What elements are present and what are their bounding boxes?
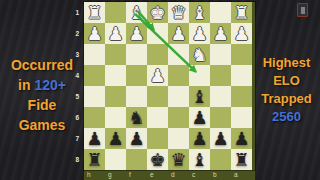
file-label-f: f xyxy=(126,171,147,180)
caption-right: Highest ELO Trapped 2560 xyxy=(253,54,320,126)
square-a7[interactable]: ♟ xyxy=(231,128,252,149)
white-pawn[interactable]: ♟ xyxy=(233,23,249,44)
square-g6[interactable] xyxy=(105,107,126,128)
square-b3[interactable] xyxy=(210,44,231,65)
square-c7[interactable]: ♟ xyxy=(189,128,210,149)
file-label-d: d xyxy=(168,171,189,180)
square-b7[interactable]: ♟ xyxy=(210,128,231,149)
square-e6[interactable] xyxy=(147,107,168,128)
white-bishop[interactable]: ♝ xyxy=(128,2,144,23)
white-bishop[interactable]: ♝ xyxy=(191,2,207,23)
square-d5[interactable] xyxy=(168,86,189,107)
square-b5[interactable] xyxy=(210,86,231,107)
square-f3[interactable] xyxy=(126,44,147,65)
square-h8[interactable]: ♜ xyxy=(84,149,105,170)
square-c4[interactable] xyxy=(189,65,210,86)
square-c8[interactable]: ♝ xyxy=(189,149,210,170)
channel-logo-icon xyxy=(297,3,308,17)
square-d2[interactable]: ♟ xyxy=(168,23,189,44)
square-g5[interactable] xyxy=(105,86,126,107)
square-e8[interactable]: ♚ xyxy=(147,149,168,170)
black-knight[interactable]: ♞ xyxy=(128,107,144,128)
square-e4[interactable]: ♟ xyxy=(147,65,168,86)
square-f7[interactable]: ♟ xyxy=(126,128,147,149)
black-pawn[interactable]: ♟ xyxy=(191,107,207,128)
square-e1[interactable]: ♚ xyxy=(147,2,168,23)
caption-right-line4: 2560 xyxy=(253,108,320,126)
black-pawn[interactable]: ♟ xyxy=(212,128,228,149)
black-rook[interactable]: ♜ xyxy=(86,149,102,170)
square-e5[interactable] xyxy=(147,86,168,107)
square-f5[interactable] xyxy=(126,86,147,107)
caption-left: Occurred in 120+ Fide Games xyxy=(0,55,84,135)
square-g8[interactable] xyxy=(105,149,126,170)
white-pawn[interactable]: ♟ xyxy=(191,23,207,44)
rank-label-2: 2 xyxy=(68,23,82,44)
square-f4[interactable] xyxy=(126,65,147,86)
white-pawn[interactable]: ♟ xyxy=(107,23,123,44)
chess-board: ♜♝♚♛♝♜♟♟♟♟♟♟♟♞♟♝♞♟♟♟♟♟♟♟♜♚♛♝♜ xyxy=(84,2,255,170)
white-pawn[interactable]: ♟ xyxy=(170,23,186,44)
file-label-g: g xyxy=(105,171,126,180)
white-king[interactable]: ♚ xyxy=(149,2,165,23)
channel-logo-mark xyxy=(301,7,305,14)
black-bishop[interactable]: ♝ xyxy=(191,149,207,170)
square-a4[interactable] xyxy=(231,65,252,86)
caption-right-line2: ELO xyxy=(253,72,320,90)
black-pawn[interactable]: ♟ xyxy=(128,128,144,149)
caption-left-line4: Games xyxy=(0,115,84,135)
white-rook[interactable]: ♜ xyxy=(86,2,102,23)
square-c5[interactable]: ♝ xyxy=(189,86,210,107)
file-label-a: a xyxy=(231,171,252,180)
square-e3[interactable] xyxy=(147,44,168,65)
square-d6[interactable] xyxy=(168,107,189,128)
square-h3[interactable] xyxy=(84,44,105,65)
square-a6[interactable] xyxy=(231,107,252,128)
square-g3[interactable] xyxy=(105,44,126,65)
black-pawn[interactable]: ♟ xyxy=(233,128,249,149)
caption-left-line1: Occurred xyxy=(0,55,84,75)
square-e2[interactable] xyxy=(147,23,168,44)
square-a3[interactable] xyxy=(231,44,252,65)
square-d4[interactable] xyxy=(168,65,189,86)
square-c3[interactable]: ♞ xyxy=(189,44,210,65)
square-b6[interactable] xyxy=(210,107,231,128)
black-queen[interactable]: ♛ xyxy=(170,149,186,170)
square-d1[interactable]: ♛ xyxy=(168,2,189,23)
square-a1[interactable]: ♜ xyxy=(231,2,252,23)
square-f8[interactable] xyxy=(126,149,147,170)
square-g2[interactable]: ♟ xyxy=(105,23,126,44)
black-pawn[interactable]: ♟ xyxy=(191,128,207,149)
square-f6[interactable]: ♞ xyxy=(126,107,147,128)
square-a5[interactable] xyxy=(231,86,252,107)
black-king[interactable]: ♚ xyxy=(149,149,165,170)
square-e7[interactable] xyxy=(147,128,168,149)
square-a2[interactable]: ♟ xyxy=(231,23,252,44)
rank-label-1: 1 xyxy=(68,2,82,23)
square-g4[interactable] xyxy=(105,65,126,86)
white-queen[interactable]: ♛ xyxy=(170,2,186,23)
square-h2[interactable]: ♟ xyxy=(84,23,105,44)
square-c6[interactable]: ♟ xyxy=(189,107,210,128)
file-label-b: b xyxy=(210,171,231,180)
file-label-h: h xyxy=(84,171,105,180)
white-pawn[interactable]: ♟ xyxy=(212,23,228,44)
white-pawn[interactable]: ♟ xyxy=(128,23,144,44)
rank-label-8: 8 xyxy=(68,149,82,170)
square-g7[interactable]: ♟ xyxy=(105,128,126,149)
square-d7[interactable] xyxy=(168,128,189,149)
square-b8[interactable] xyxy=(210,149,231,170)
black-bishop[interactable]: ♝ xyxy=(191,86,207,107)
square-d3[interactable] xyxy=(168,44,189,65)
square-h4[interactable] xyxy=(84,65,105,86)
caption-right-line1: Highest xyxy=(253,54,320,72)
square-a8[interactable]: ♜ xyxy=(231,149,252,170)
caption-left-line3: Fide xyxy=(0,95,84,115)
white-pawn[interactable]: ♟ xyxy=(86,23,102,44)
file-label-c: c xyxy=(189,171,210,180)
white-pawn[interactable]: ♟ xyxy=(149,65,165,86)
square-h1[interactable]: ♜ xyxy=(84,2,105,23)
square-h6[interactable] xyxy=(84,107,105,128)
file-labels: hgfedcba xyxy=(84,170,255,180)
square-c2[interactable]: ♟ xyxy=(189,23,210,44)
square-g1[interactable] xyxy=(105,2,126,23)
square-b2[interactable]: ♟ xyxy=(210,23,231,44)
square-f1[interactable]: ♝ xyxy=(126,2,147,23)
square-b4[interactable] xyxy=(210,65,231,86)
square-h5[interactable] xyxy=(84,86,105,107)
white-knight[interactable]: ♞ xyxy=(191,44,207,65)
white-rook[interactable]: ♜ xyxy=(233,2,249,23)
square-h7[interactable]: ♟ xyxy=(84,128,105,149)
square-b1[interactable] xyxy=(210,2,231,23)
square-f2[interactable]: ♟ xyxy=(126,23,147,44)
black-rook[interactable]: ♜ xyxy=(233,149,249,170)
black-pawn[interactable]: ♟ xyxy=(107,128,123,149)
square-c1[interactable]: ♝ xyxy=(189,2,210,23)
caption-left-line2: in 120+ xyxy=(0,75,84,95)
square-d8[interactable]: ♛ xyxy=(168,149,189,170)
file-label-e: e xyxy=(147,171,168,180)
black-pawn[interactable]: ♟ xyxy=(86,128,102,149)
caption-right-line3: Trapped xyxy=(253,90,320,108)
